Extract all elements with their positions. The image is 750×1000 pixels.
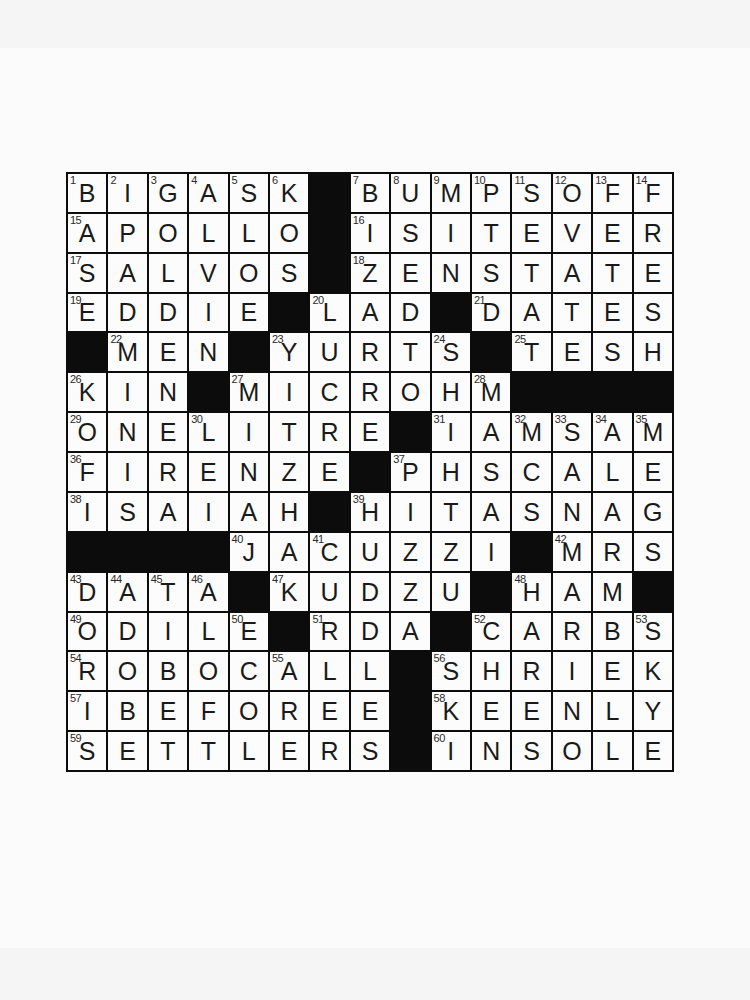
cell-letter: S <box>523 739 540 770</box>
cell-letter: A <box>240 500 257 531</box>
cell-r8c1: 36F <box>68 453 106 491</box>
cell-letter: E <box>523 221 540 252</box>
cell-letter: B <box>362 181 379 212</box>
cell-r1c13: 12O <box>553 174 591 212</box>
block-r12c10 <box>432 613 470 651</box>
cell-letter: A <box>483 420 500 451</box>
cell-r4c15: S <box>634 294 672 332</box>
cell-r7c7: R <box>310 413 348 451</box>
cell-r13c11: H <box>472 652 510 690</box>
cell-r9c13: N <box>553 493 591 531</box>
cell-letter: L <box>363 659 377 690</box>
cell-r14c7: E <box>310 692 348 730</box>
cell-letter: A <box>79 221 96 252</box>
cell-letter: I <box>205 300 212 331</box>
cell-r2c14: E <box>593 214 631 252</box>
block-r6c4 <box>189 373 227 411</box>
cell-letter: I <box>407 500 414 531</box>
cell-r10c7: 41C <box>310 533 348 571</box>
cell-letter: L <box>201 619 215 650</box>
cell-r5c9: T <box>391 333 429 371</box>
cell-letter: S <box>483 460 500 491</box>
cell-r15c7: R <box>310 732 348 770</box>
cell-r3c11: S <box>472 254 510 292</box>
cell-letter: U <box>401 181 419 212</box>
cell-letter: E <box>160 340 177 371</box>
cell-r12c12: A <box>512 613 550 651</box>
clue-number: 37 <box>393 453 404 465</box>
cell-letter: E <box>483 699 500 730</box>
cell-letter: E <box>79 300 96 331</box>
cell-r1c5: 5S <box>230 174 268 212</box>
cell-letter: D <box>361 580 379 611</box>
clue-number: 30 <box>191 413 202 425</box>
cell-r12c9: A <box>391 613 429 651</box>
cell-r9c5: A <box>230 493 268 531</box>
cell-r5c4: N <box>189 333 227 371</box>
block-r3c7 <box>310 254 348 292</box>
cell-r4c5: E <box>230 294 268 332</box>
cell-r14c5: O <box>230 692 268 730</box>
cell-r8c12: C <box>512 453 550 491</box>
cell-letter: I <box>286 380 293 411</box>
cell-letter: L <box>323 300 337 331</box>
cell-r8c3: R <box>149 453 187 491</box>
cell-r15c4: T <box>189 732 227 770</box>
cell-r1c3: 3G <box>149 174 187 212</box>
clue-number: 54 <box>70 652 81 664</box>
cell-letter: L <box>605 699 619 730</box>
cell-r11c13: A <box>553 573 591 611</box>
cell-r6c1: 26K <box>68 373 106 411</box>
cell-letter: Z <box>403 540 418 571</box>
cell-letter: A <box>483 500 500 531</box>
block-r11c5 <box>230 573 268 611</box>
cell-letter: R <box>321 420 339 451</box>
cell-r1c2: 2I <box>108 174 146 212</box>
cell-r14c11: E <box>472 692 510 730</box>
cell-letter: Y <box>281 340 298 371</box>
clue-number: 60 <box>434 732 445 744</box>
cell-r14c12: E <box>512 692 550 730</box>
cell-r2c3: O <box>149 214 187 252</box>
cell-letter: V <box>200 261 217 292</box>
cell-letter: B <box>119 699 136 730</box>
cell-r7c5: I <box>230 413 268 451</box>
cell-r13c13: I <box>553 652 591 690</box>
cell-r12c5: 50E <box>230 613 268 651</box>
cell-r15c12: S <box>512 732 550 770</box>
clue-number: 26 <box>70 373 81 385</box>
clue-number: 52 <box>474 613 485 625</box>
cell-r7c13: 33S <box>553 413 591 451</box>
cell-letter: P <box>119 221 136 252</box>
cell-letter: A <box>564 460 581 491</box>
cell-r9c4: I <box>189 493 227 531</box>
cell-r15c15: E <box>634 732 672 770</box>
block-r6c13 <box>553 373 591 411</box>
cell-r11c2: 44A <box>108 573 146 611</box>
cell-r8c4: E <box>189 453 227 491</box>
block-r7c9 <box>391 413 429 451</box>
cell-r11c10: U <box>432 573 470 611</box>
cell-r6c7: C <box>310 373 348 411</box>
cell-r9c6: H <box>270 493 308 531</box>
clue-number: 16 <box>353 214 364 226</box>
cell-letter: L <box>161 261 175 292</box>
cell-r14c3: E <box>149 692 187 730</box>
cell-r2c8: 16I <box>351 214 389 252</box>
cell-letter: S <box>119 500 136 531</box>
cell-letter: E <box>281 739 298 770</box>
cell-letter: S <box>402 221 419 252</box>
cell-r5c10: 24S <box>432 333 470 371</box>
clue-number: 56 <box>434 652 445 664</box>
cell-r2c13: V <box>553 214 591 252</box>
cell-letter: I <box>367 221 374 252</box>
cell-letter: L <box>605 460 619 491</box>
clue-number: 18 <box>353 254 364 266</box>
cell-letter: A <box>604 420 621 451</box>
block-r9c7 <box>310 493 348 531</box>
cell-letter: A <box>523 619 540 650</box>
cell-r7c8: E <box>351 413 389 451</box>
cell-letter: K <box>79 380 96 411</box>
clue-number: 10 <box>474 174 485 186</box>
cell-letter: R <box>603 540 621 571</box>
cell-letter: D <box>401 300 419 331</box>
cell-letter: A <box>281 540 298 571</box>
cell-r11c9: Z <box>391 573 429 611</box>
cell-letter: S <box>281 261 298 292</box>
block-r10c1 <box>68 533 106 571</box>
cell-letter: R <box>523 659 541 690</box>
cell-letter: D <box>361 619 379 650</box>
cell-r2c2: P <box>108 214 146 252</box>
cell-letter: E <box>119 739 136 770</box>
clue-number: 20 <box>312 294 323 306</box>
cell-letter: R <box>321 739 339 770</box>
cell-letter: E <box>240 300 257 331</box>
clue-number: 35 <box>636 413 647 425</box>
cell-r13c3: B <box>149 652 187 690</box>
cell-r15c6: E <box>270 732 308 770</box>
block-r2c7 <box>310 214 348 252</box>
cell-letter: T <box>605 261 620 292</box>
cell-r1c1: 1B <box>68 174 106 212</box>
clue-number: 25 <box>514 333 525 345</box>
cell-letter: P <box>402 460 419 491</box>
cell-letter: U <box>361 540 379 571</box>
clue-number: 34 <box>595 413 606 425</box>
cell-r10c6: A <box>270 533 308 571</box>
block-r10c12 <box>512 533 550 571</box>
cell-letter: L <box>242 739 256 770</box>
clue-number: 47 <box>272 573 283 585</box>
block-r6c15 <box>634 373 672 411</box>
cell-r13c1: 54R <box>68 652 106 690</box>
cell-letter: T <box>403 340 418 371</box>
cell-r12c13: R <box>553 613 591 651</box>
clue-number: 14 <box>636 174 647 186</box>
cell-letter: I <box>84 699 91 730</box>
cell-r8c10: H <box>432 453 470 491</box>
clue-number: 31 <box>434 413 445 425</box>
cell-letter: A <box>119 261 136 292</box>
clue-number: 15 <box>70 214 81 226</box>
block-r14c9 <box>391 692 429 730</box>
block-r6c12 <box>512 373 550 411</box>
cell-r12c8: D <box>351 613 389 651</box>
cell-r2c9: S <box>391 214 429 252</box>
cell-r9c8: 39H <box>351 493 389 531</box>
cell-r12c4: L <box>189 613 227 651</box>
block-r5c11 <box>472 333 510 371</box>
cell-letter: C <box>523 460 541 491</box>
clue-number: 17 <box>70 254 81 266</box>
cell-letter: R <box>159 460 177 491</box>
cell-r12c14: B <box>593 613 631 651</box>
cell-letter: Z <box>403 580 418 611</box>
cell-r13c2: O <box>108 652 146 690</box>
cell-r2c6: O <box>270 214 308 252</box>
cell-r2c10: I <box>432 214 470 252</box>
clue-number: 43 <box>70 573 81 585</box>
cell-r4c13: T <box>553 294 591 332</box>
cell-r11c14: M <box>593 573 631 611</box>
cell-letter: O <box>562 739 581 770</box>
cell-r2c4: L <box>189 214 227 252</box>
clue-number: 28 <box>474 373 485 385</box>
cell-letter: L <box>605 739 619 770</box>
cell-letter: T <box>201 739 216 770</box>
cell-r11c7: U <box>310 573 348 611</box>
block-r1c7 <box>310 174 348 212</box>
clue-number: 33 <box>555 413 566 425</box>
cell-r7c2: N <box>108 413 146 451</box>
cell-letter: M <box>602 580 623 611</box>
cell-r4c2: D <box>108 294 146 332</box>
cell-r3c8: 18Z <box>351 254 389 292</box>
cell-letter: O <box>239 699 258 730</box>
clue-number: 2 <box>110 174 116 186</box>
cell-letter: B <box>604 619 621 650</box>
clue-number: 29 <box>70 413 81 425</box>
cell-r8c15: E <box>634 453 672 491</box>
block-r5c5 <box>230 333 268 371</box>
block-r11c15 <box>634 573 672 611</box>
cell-r7c15: 35M <box>634 413 672 451</box>
cell-r6c6: I <box>270 373 308 411</box>
cell-r2c11: T <box>472 214 510 252</box>
cell-letter: I <box>124 460 131 491</box>
cell-r14c2: B <box>108 692 146 730</box>
cell-r9c10: T <box>432 493 470 531</box>
clue-number: 44 <box>110 573 121 585</box>
block-r10c2 <box>108 533 146 571</box>
clue-number: 12 <box>555 174 566 186</box>
cell-letter: G <box>158 181 177 212</box>
cell-r9c9: I <box>391 493 429 531</box>
cell-letter: U <box>321 340 339 371</box>
cell-r4c14: E <box>593 294 631 332</box>
cell-letter: C <box>240 659 258 690</box>
cell-r12c2: D <box>108 613 146 651</box>
clue-number: 7 <box>353 174 359 186</box>
cell-r14c1: 57I <box>68 692 106 730</box>
cell-r15c10: 60I <box>432 732 470 770</box>
cell-r3c10: N <box>432 254 470 292</box>
cell-r4c7: 20L <box>310 294 348 332</box>
block-r12c6 <box>270 613 308 651</box>
clue-number: 3 <box>151 174 157 186</box>
cell-r5c14: S <box>593 333 631 371</box>
cell-letter: J <box>243 540 256 571</box>
cell-letter: F <box>201 699 216 730</box>
cell-letter: R <box>563 619 581 650</box>
clue-number: 55 <box>272 652 283 664</box>
cell-r13c14: E <box>593 652 631 690</box>
cell-letter: T <box>484 221 499 252</box>
cell-r14c14: L <box>593 692 631 730</box>
cell-letter: S <box>604 340 621 371</box>
cell-r1c15: 14F <box>634 174 672 212</box>
cell-letter: K <box>281 181 298 212</box>
cell-letter: E <box>604 659 621 690</box>
cell-r12c1: 49O <box>68 613 106 651</box>
cell-letter: H <box>644 340 662 371</box>
cell-letter: S <box>362 739 379 770</box>
cell-letter: E <box>321 460 338 491</box>
cell-r2c1: 15A <box>68 214 106 252</box>
cell-r13c15: K <box>634 652 672 690</box>
cell-r6c10: H <box>432 373 470 411</box>
cell-r8c13: A <box>553 453 591 491</box>
cell-r13c4: O <box>189 652 227 690</box>
clue-number: 59 <box>70 732 81 744</box>
cell-letter: R <box>280 699 298 730</box>
clue-number: 45 <box>151 573 162 585</box>
cell-r6c2: I <box>108 373 146 411</box>
cell-r2c5: L <box>230 214 268 252</box>
clue-number: 22 <box>110 333 121 345</box>
cell-r3c9: E <box>391 254 429 292</box>
cell-r10c13: 42M <box>553 533 591 571</box>
cell-letter: S <box>240 181 257 212</box>
cell-r5c12: 25T <box>512 333 550 371</box>
cell-r14c13: N <box>553 692 591 730</box>
cell-letter: A <box>281 659 298 690</box>
cell-r6c9: O <box>391 373 429 411</box>
cell-r7c10: 31I <box>432 413 470 451</box>
cell-r1c14: 13F <box>593 174 631 212</box>
clue-number: 57 <box>70 692 81 704</box>
cell-letter: I <box>569 659 576 690</box>
cell-letter: I <box>245 420 252 451</box>
cell-r3c13: A <box>553 254 591 292</box>
cell-r1c11: 10P <box>472 174 510 212</box>
cell-letter: H <box>442 380 460 411</box>
cell-r7c14: 34A <box>593 413 631 451</box>
cell-r5c6: 23Y <box>270 333 308 371</box>
cell-letter: D <box>119 300 137 331</box>
cell-letter: I <box>124 181 131 212</box>
block-r5c1 <box>68 333 106 371</box>
cell-letter: I <box>447 420 454 451</box>
cell-letter: S <box>564 420 581 451</box>
cell-letter: U <box>321 580 339 611</box>
clue-number: 23 <box>272 333 283 345</box>
cell-letter: Y <box>644 699 661 730</box>
cell-r13c10: 56S <box>432 652 470 690</box>
cell-letter: T <box>282 420 297 451</box>
clue-number: 53 <box>636 613 647 625</box>
cell-letter: O <box>158 221 177 252</box>
clue-number: 21 <box>474 294 485 306</box>
cell-r10c5: 40J <box>230 533 268 571</box>
clue-number: 49 <box>70 613 81 625</box>
cell-r11c8: D <box>351 573 389 611</box>
cell-letter: A <box>523 300 540 331</box>
cell-r3c2: A <box>108 254 146 292</box>
cell-letter: S <box>644 300 661 331</box>
cell-r1c10: 9M <box>432 174 470 212</box>
cell-letter: A <box>604 500 621 531</box>
cell-letter: N <box>442 261 460 292</box>
cell-r7c12: 32M <box>512 413 550 451</box>
cell-letter: F <box>80 460 95 491</box>
cell-letter: U <box>442 580 460 611</box>
cell-r6c3: N <box>149 373 187 411</box>
cell-r15c14: L <box>593 732 631 770</box>
cell-r4c1: 19E <box>68 294 106 332</box>
cell-r7c11: A <box>472 413 510 451</box>
cell-letter: E <box>644 261 661 292</box>
cell-letter: N <box>159 380 177 411</box>
cell-r10c14: R <box>593 533 631 571</box>
clue-number: 19 <box>70 294 81 306</box>
cell-r14c15: Y <box>634 692 672 730</box>
cell-r3c1: 17S <box>68 254 106 292</box>
cell-letter: P <box>483 181 500 212</box>
cell-letter: E <box>160 420 177 451</box>
cell-letter: E <box>644 460 661 491</box>
cell-letter: E <box>402 261 419 292</box>
clue-number: 50 <box>232 613 243 625</box>
cell-r8c2: I <box>108 453 146 491</box>
cell-letter: N <box>119 420 137 451</box>
clue-number: 48 <box>514 573 525 585</box>
cell-r12c3: I <box>149 613 187 651</box>
cell-letter: A <box>160 500 177 531</box>
cell-r1c4: 4A <box>189 174 227 212</box>
cell-letter: E <box>644 739 661 770</box>
cell-r4c8: A <box>351 294 389 332</box>
cell-r9c2: S <box>108 493 146 531</box>
cell-letter: S <box>79 739 96 770</box>
cell-letter: T <box>524 340 539 371</box>
cell-r5c7: U <box>310 333 348 371</box>
clue-number: 5 <box>232 174 238 186</box>
clue-number: 41 <box>312 533 323 545</box>
cell-r2c12: E <box>512 214 550 252</box>
cell-r15c3: T <box>149 732 187 770</box>
cell-r10c15: S <box>634 533 672 571</box>
block-r10c4 <box>189 533 227 571</box>
cell-letter: D <box>159 300 177 331</box>
cell-letter: N <box>199 340 217 371</box>
cell-letter: A <box>402 619 419 650</box>
